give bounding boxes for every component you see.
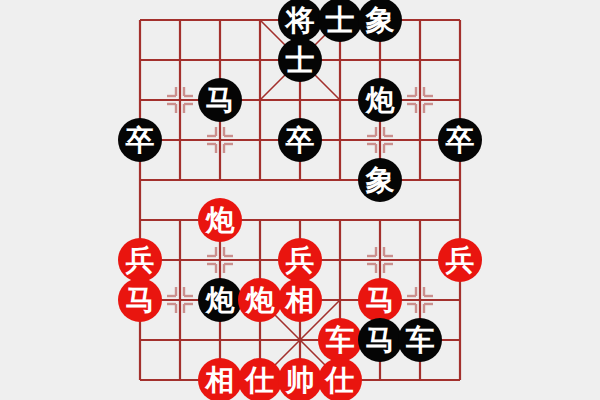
piece-red-chariot[interactable]: 车 (318, 318, 362, 362)
piece-red-elephant[interactable]: 相 (198, 358, 242, 400)
piece-red-soldier[interactable]: 兵 (438, 238, 482, 282)
piece-red-soldier[interactable]: 兵 (278, 238, 322, 282)
xiangqi-board[interactable]: 将士象士马炮卒卒卒象炮兵兵兵马炮炮相马车马车相仕帅仕 (0, 0, 600, 400)
piece-red-advisor[interactable]: 仕 (318, 358, 362, 400)
piece-red-soldier[interactable]: 兵 (118, 238, 162, 282)
piece-red-advisor[interactable]: 仕 (238, 358, 282, 400)
piece-red-elephant[interactable]: 相 (278, 278, 322, 322)
piece-black-soldier[interactable]: 卒 (438, 118, 482, 162)
piece-black-cannon[interactable]: 炮 (358, 78, 402, 122)
piece-black-general[interactable]: 将 (278, 0, 322, 42)
piece-red-cannon[interactable]: 炮 (198, 198, 242, 242)
piece-black-elephant[interactable]: 象 (358, 158, 402, 202)
piece-red-horse[interactable]: 马 (118, 278, 162, 322)
piece-red-general[interactable]: 帅 (278, 358, 322, 400)
piece-red-horse[interactable]: 马 (358, 278, 402, 322)
piece-black-horse[interactable]: 马 (358, 318, 402, 362)
piece-black-chariot[interactable]: 车 (398, 318, 442, 362)
piece-black-soldier[interactable]: 卒 (278, 118, 322, 162)
pieces-layer: 将士象士马炮卒卒卒象炮兵兵兵马炮炮相马车马车相仕帅仕 (120, 0, 480, 400)
piece-black-horse[interactable]: 马 (198, 78, 242, 122)
piece-black-soldier[interactable]: 卒 (118, 118, 162, 162)
piece-black-advisor[interactable]: 士 (278, 38, 322, 82)
piece-black-advisor[interactable]: 士 (318, 0, 362, 42)
piece-black-cannon[interactable]: 炮 (198, 278, 242, 322)
piece-red-cannon[interactable]: 炮 (238, 278, 282, 322)
piece-black-elephant[interactable]: 象 (358, 0, 402, 42)
